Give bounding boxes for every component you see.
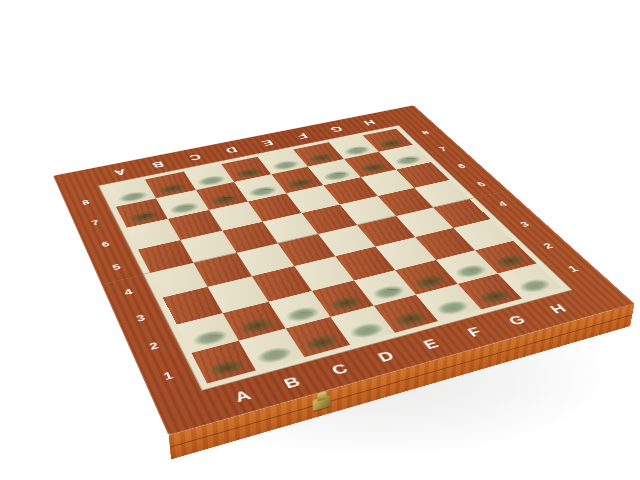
latch-hook: [563, 241, 569, 252]
rank-label-left-6: 6: [100, 240, 111, 249]
file-label-near-g: G: [505, 313, 530, 329]
rank-label-right-5: 5: [475, 180, 488, 188]
piece-glyph: ♟: [320, 143, 351, 178]
rank-label-right-4: 4: [496, 200, 509, 208]
file-label-near-b: B: [281, 374, 304, 392]
rank-label-right-1: 1: [565, 264, 580, 274]
piece-glyph: ♞: [248, 301, 298, 357]
piece-glyph: ♜: [510, 241, 552, 288]
rank-label-right-6: 6: [455, 162, 467, 169]
piece-glyph: ♟: [245, 158, 277, 194]
piece-glyph: ♝: [291, 283, 347, 345]
rank-label-left-4: 4: [122, 286, 134, 297]
rank-label-left-3: 3: [134, 312, 146, 323]
chess-board: ♜♞♝♛♚♝♞♜♟♟♟♟♟♟♟♟♟♟♟♟♟♟♟♟♜♞♝♛♚♝♞♜ AABBCCD…: [53, 105, 635, 435]
file-label-near-d: D: [375, 348, 398, 365]
file-label-near-c: C: [328, 361, 351, 379]
rank-label-left-2: 2: [148, 340, 161, 352]
latch-plate: [560, 243, 571, 261]
rank-label-right-7: 7: [437, 145, 449, 152]
file-label-near-f: F: [464, 325, 486, 341]
piece-glyph: ♟: [167, 174, 200, 210]
rank-label-left-5: 5: [111, 262, 122, 272]
piece-glyph: ♟: [206, 166, 238, 202]
piece-glyph: ♟: [356, 136, 387, 170]
rank-label-left-1: 1: [161, 370, 175, 383]
piece-glyph: ♟: [283, 151, 315, 186]
scene: ♜♞♝♛♚♝♞♜♟♟♟♟♟♟♟♟♟♟♟♟♟♟♟♟♜♞♝♛♚♝♞♜ AABBCCD…: [0, 0, 640, 480]
piece-glyph: ♟: [126, 182, 159, 219]
piece-glyph: ♜: [202, 318, 249, 370]
file-label-near-e: E: [420, 336, 442, 353]
file-label-near-h: H: [547, 302, 571, 317]
rank-label-left-8: 8: [81, 198, 91, 206]
rank-label-right-8: 8: [419, 129, 431, 136]
square-b1: ♞: [239, 328, 304, 370]
rank-label-left-7: 7: [90, 218, 100, 227]
file-label-near-a: A: [232, 387, 255, 406]
brass-latch-right: [560, 243, 571, 261]
product-photo: ♜♞♝♛♚♝♞♜♟♟♟♟♟♟♟♟♟♟♟♟♟♟♟♟♜♞♝♛♚♝♞♜ AABBCCD…: [0, 0, 640, 480]
square-a1: ♜: [191, 340, 256, 383]
piece-glyph: ♟: [391, 129, 421, 163]
